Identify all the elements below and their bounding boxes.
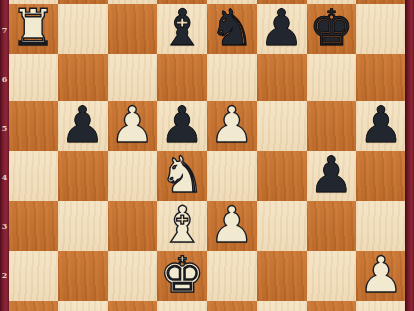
square-g2[interactable] bbox=[307, 251, 357, 301]
square-g3[interactable] bbox=[307, 201, 357, 251]
square-h5[interactable]: ♟ bbox=[356, 101, 406, 151]
rank-label-6: 6 bbox=[0, 54, 9, 103]
square-e7[interactable]: ♞ bbox=[207, 4, 257, 54]
square-c2[interactable] bbox=[108, 251, 158, 301]
square-e6[interactable] bbox=[207, 54, 257, 102]
square-h7[interactable] bbox=[356, 4, 406, 54]
square-a2[interactable] bbox=[8, 251, 58, 301]
white-rook-icon: ♜ bbox=[10, 3, 55, 53]
square-e2[interactable] bbox=[207, 251, 257, 301]
black-bishop-icon: ♝ bbox=[160, 3, 205, 53]
square-f3[interactable] bbox=[257, 201, 307, 251]
square-a6[interactable] bbox=[8, 54, 58, 102]
square-e4[interactable] bbox=[207, 151, 257, 201]
black-pawn-icon: ♟ bbox=[160, 100, 205, 150]
black-pawn-icon: ♟ bbox=[309, 150, 354, 200]
black-pawn-icon: ♟ bbox=[359, 100, 404, 150]
square-a5[interactable] bbox=[8, 101, 58, 151]
chess-board: ♜♝♞♟♚♟♟♟♟♟♞♟♝♟♚♟ bbox=[8, 0, 406, 311]
square-b5[interactable]: ♟ bbox=[58, 101, 108, 151]
chess-diagram: ♜♝♞♟♚♟♟♟♟♟♞♟♝♟♚♟ 765432 bbox=[0, 0, 414, 311]
white-pawn-icon: ♟ bbox=[359, 250, 404, 300]
square-a1[interactable] bbox=[8, 301, 58, 311]
square-h3[interactable] bbox=[356, 201, 406, 251]
square-g7[interactable]: ♚ bbox=[307, 4, 357, 54]
white-king-icon: ♚ bbox=[160, 250, 205, 300]
black-pawn-icon: ♟ bbox=[259, 3, 304, 53]
square-e1[interactable] bbox=[207, 301, 257, 311]
white-pawn-icon: ♟ bbox=[110, 100, 155, 150]
square-e3[interactable]: ♟ bbox=[207, 201, 257, 251]
rank-label-5: 5 bbox=[0, 103, 9, 152]
white-bishop-icon: ♝ bbox=[160, 200, 205, 250]
board-right-border bbox=[405, 0, 414, 311]
square-a4[interactable] bbox=[8, 151, 58, 201]
square-d1[interactable] bbox=[157, 301, 207, 311]
square-f5[interactable] bbox=[257, 101, 307, 151]
square-h6[interactable] bbox=[356, 54, 406, 102]
square-c7[interactable] bbox=[108, 4, 158, 54]
square-c5[interactable]: ♟ bbox=[108, 101, 158, 151]
white-knight-icon: ♞ bbox=[160, 150, 205, 200]
square-d5[interactable]: ♟ bbox=[157, 101, 207, 151]
black-knight-icon: ♞ bbox=[209, 3, 254, 53]
square-c3[interactable] bbox=[108, 201, 158, 251]
square-b7[interactable] bbox=[58, 4, 108, 54]
square-b4[interactable] bbox=[58, 151, 108, 201]
square-d7[interactable]: ♝ bbox=[157, 4, 207, 54]
rank-label-3: 3 bbox=[0, 202, 9, 251]
square-h1[interactable] bbox=[356, 301, 406, 311]
board-left-border: 765432 bbox=[0, 0, 9, 311]
square-f7[interactable]: ♟ bbox=[257, 4, 307, 54]
square-a7[interactable]: ♜ bbox=[8, 4, 58, 54]
square-f2[interactable] bbox=[257, 251, 307, 301]
square-g5[interactable] bbox=[307, 101, 357, 151]
square-h2[interactable]: ♟ bbox=[356, 251, 406, 301]
square-d3[interactable]: ♝ bbox=[157, 201, 207, 251]
square-b2[interactable] bbox=[58, 251, 108, 301]
black-king-icon: ♚ bbox=[309, 3, 354, 53]
black-pawn-icon: ♟ bbox=[60, 100, 105, 150]
rank-label-2: 2 bbox=[0, 251, 9, 300]
square-f4[interactable] bbox=[257, 151, 307, 201]
square-a3[interactable] bbox=[8, 201, 58, 251]
square-b6[interactable] bbox=[58, 54, 108, 102]
square-h4[interactable] bbox=[356, 151, 406, 201]
square-b1[interactable] bbox=[58, 301, 108, 311]
square-g6[interactable] bbox=[307, 54, 357, 102]
square-d6[interactable] bbox=[157, 54, 207, 102]
square-g4[interactable]: ♟ bbox=[307, 151, 357, 201]
square-f1[interactable] bbox=[257, 301, 307, 311]
square-c1[interactable] bbox=[108, 301, 158, 311]
square-f6[interactable] bbox=[257, 54, 307, 102]
square-e5[interactable]: ♟ bbox=[207, 101, 257, 151]
square-d2[interactable]: ♚ bbox=[157, 251, 207, 301]
square-c6[interactable] bbox=[108, 54, 158, 102]
square-b3[interactable] bbox=[58, 201, 108, 251]
square-c4[interactable] bbox=[108, 151, 158, 201]
rank-label-7: 7 bbox=[0, 5, 9, 54]
rank-label-4: 4 bbox=[0, 153, 9, 202]
white-pawn-icon: ♟ bbox=[209, 100, 254, 150]
white-pawn-icon: ♟ bbox=[209, 200, 254, 250]
square-g1[interactable] bbox=[307, 301, 357, 311]
square-d4[interactable]: ♞ bbox=[157, 151, 207, 201]
